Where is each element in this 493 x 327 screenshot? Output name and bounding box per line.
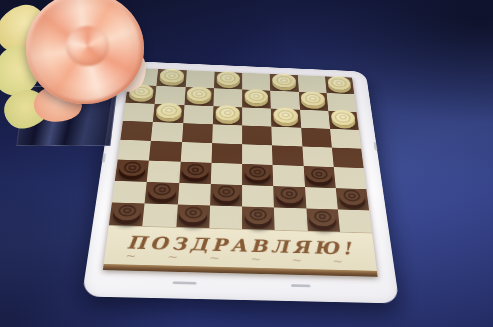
square-r2c8 [326, 93, 356, 112]
square-r6c4 [211, 163, 243, 185]
square-r7c5 [242, 185, 274, 208]
square-r6c8 [334, 167, 367, 189]
square-r2c6 [270, 91, 299, 110]
square-r1c5 [242, 73, 270, 91]
square-r8c4 [209, 205, 242, 229]
white-piece [327, 75, 352, 90]
white-piece [301, 91, 326, 107]
square-r2c7 [298, 92, 328, 111]
square-r1c4 [214, 72, 242, 90]
square-r5c4 [211, 143, 242, 164]
tray-embossed-mark [291, 284, 311, 287]
square-r2c5 [242, 90, 271, 109]
square-r5c7 [302, 146, 334, 167]
tray-embossed-mark [173, 281, 197, 284]
square-r4c7 [301, 128, 332, 148]
square-r8c8 [338, 209, 372, 232]
square-r1c8 [325, 76, 354, 94]
inscription-flourish: ~ ~ ~ ~ ~ ~ [125, 254, 356, 264]
white-piece [216, 71, 240, 86]
square-r2c4 [213, 88, 242, 107]
rose-bouquet [0, 0, 166, 152]
white-piece [272, 73, 296, 88]
square-r5c8 [332, 148, 364, 169]
square-r7c2 [145, 182, 179, 205]
square-r8c3 [176, 204, 210, 228]
dark-piece [182, 161, 209, 179]
square-r7c8 [336, 188, 370, 210]
square-r7c4 [210, 184, 242, 207]
square-r8c2 [143, 203, 178, 227]
square-r5c6 [272, 145, 303, 166]
square-r6c7 [303, 166, 335, 188]
dark-piece [338, 187, 366, 206]
square-r3c4 [213, 106, 243, 125]
tray-notch-right [373, 142, 378, 151]
white-piece [244, 89, 268, 105]
square-r7c3 [177, 183, 210, 206]
square-r7c7 [305, 187, 338, 209]
square-r1c7 [297, 75, 326, 93]
square-r7c6 [273, 186, 306, 209]
dark-piece [245, 205, 272, 225]
dark-piece [118, 158, 147, 176]
square-r6c6 [273, 165, 305, 187]
square-r5c5 [242, 144, 273, 165]
square-r8c7 [306, 208, 340, 231]
dark-piece [276, 184, 303, 203]
square-r6c5 [242, 164, 273, 186]
white-piece [187, 86, 212, 102]
square-r3c7 [300, 109, 330, 128]
dark-piece [112, 201, 142, 221]
white-piece [273, 107, 298, 123]
white-piece [215, 105, 240, 121]
square-r4c6 [272, 126, 302, 146]
tray-notch-left [101, 153, 106, 162]
square-r8c5 [242, 206, 275, 230]
photo-scene: ПОЗДРАВЛЯЮ! ~ ~ ~ ~ ~ ~ [0, 0, 493, 327]
inscription-band: ПОЗДРАВЛЯЮ! ~ ~ ~ ~ ~ ~ [104, 225, 377, 271]
dark-piece [148, 180, 177, 199]
square-r8c6 [274, 207, 307, 230]
square-r3c6 [271, 108, 301, 127]
square-r4c5 [242, 125, 272, 145]
square-r3c8 [328, 111, 359, 130]
square-r3c3 [183, 105, 213, 124]
dark-piece [306, 165, 333, 183]
square-r4c4 [212, 124, 242, 144]
square-r6c3 [179, 162, 211, 184]
square-r1c3 [185, 70, 214, 88]
white-piece [330, 110, 356, 126]
square-r4c3 [182, 123, 213, 143]
dark-piece [213, 182, 240, 201]
dark-piece [308, 207, 336, 227]
rose-center [66, 26, 108, 66]
dark-piece [245, 163, 271, 181]
square-r2c3 [184, 87, 214, 106]
square-r4c8 [330, 129, 361, 149]
square-r6c1 [115, 160, 149, 182]
square-r5c3 [180, 142, 212, 163]
square-r8c1 [109, 202, 145, 226]
square-r7c1 [112, 180, 147, 203]
square-r3c5 [242, 107, 271, 126]
square-r6c2 [147, 161, 180, 183]
square-r1c6 [270, 74, 299, 92]
dark-piece [179, 203, 207, 223]
